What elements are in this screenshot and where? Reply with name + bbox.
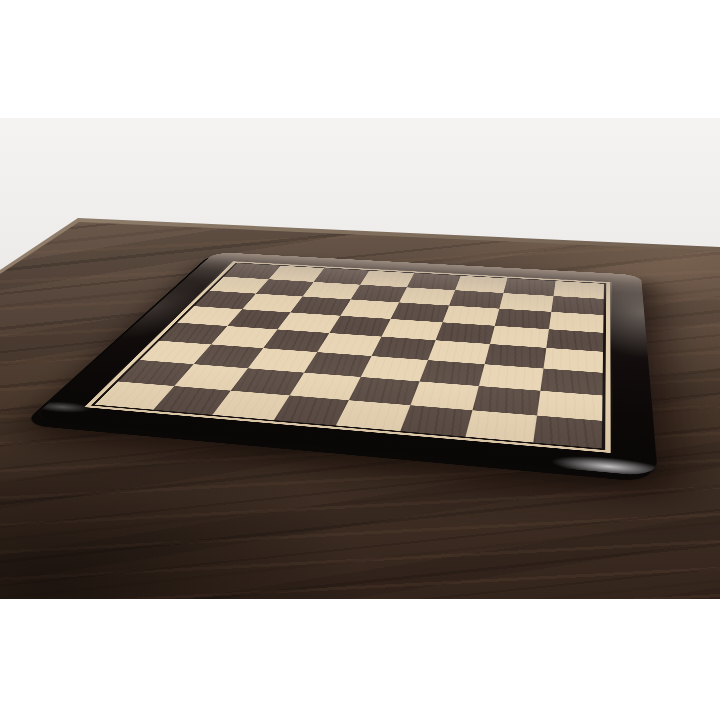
scene xyxy=(0,0,720,720)
square-f1[interactable] xyxy=(400,405,473,437)
square-h1[interactable] xyxy=(533,415,602,448)
square-g1[interactable] xyxy=(465,410,536,442)
square-e1[interactable] xyxy=(336,400,410,431)
